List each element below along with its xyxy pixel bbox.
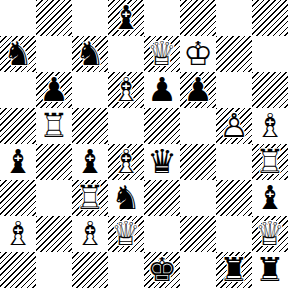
piece-glyph: ♞ <box>0 36 36 72</box>
square-g2[interactable] <box>216 216 252 252</box>
piece-glyph: ♝ <box>0 144 36 180</box>
piece-glyph: ♕ <box>252 216 288 252</box>
white-bishop-d6[interactable]: ♝♗ <box>108 72 144 108</box>
square-d1[interactable] <box>108 252 144 288</box>
square-h1[interactable]: ♜♜ <box>252 252 288 288</box>
piece-glyph: ♝ <box>252 180 288 216</box>
square-b3[interactable] <box>36 180 72 216</box>
square-b7[interactable] <box>36 36 72 72</box>
square-c6[interactable] <box>72 72 108 108</box>
square-g7[interactable] <box>216 36 252 72</box>
square-d3[interactable]: ♞♞ <box>108 180 144 216</box>
square-a8[interactable] <box>0 0 36 36</box>
white-rook-c3[interactable]: ♜♖ <box>72 180 108 216</box>
black-pawn-f6[interactable]: ♟♟ <box>180 72 216 108</box>
white-bishop-h5[interactable]: ♝♗ <box>252 108 288 144</box>
white-bishop-c2[interactable]: ♝♗ <box>72 216 108 252</box>
piece-glyph: ♔ <box>180 36 216 72</box>
piece-glyph: ♜ <box>216 252 252 288</box>
square-h4[interactable]: ♜♖ <box>252 144 288 180</box>
square-f6[interactable]: ♟♟ <box>180 72 216 108</box>
square-a1[interactable] <box>0 252 36 288</box>
square-e3[interactable] <box>144 180 180 216</box>
piece-glyph: ♟ <box>144 72 180 108</box>
square-g8[interactable] <box>216 0 252 36</box>
piece-glyph: ♟ <box>180 72 216 108</box>
square-d2[interactable]: ♛♕ <box>108 216 144 252</box>
square-d4[interactable]: ♝♗ <box>108 144 144 180</box>
square-d8[interactable]: ♝♝ <box>108 0 144 36</box>
square-f2[interactable] <box>180 216 216 252</box>
square-e8[interactable] <box>144 0 180 36</box>
black-pawn-b6[interactable]: ♟♟ <box>36 72 72 108</box>
piece-glyph: ♗ <box>108 72 144 108</box>
square-a6[interactable] <box>0 72 36 108</box>
black-knight-a7[interactable]: ♞♞ <box>0 36 36 72</box>
black-knight-d3[interactable]: ♞♞ <box>108 180 144 216</box>
piece-glyph: ♟ <box>36 72 72 108</box>
chess-board: ♝♝♞♞♞♞♛♕♚♔♟♟♝♗♟♟♟♟♜♖♟♙♝♗♝♝♝♝♝♗♛♛♜♖♜♖♞♞♝♝… <box>0 0 288 288</box>
square-c1[interactable] <box>72 252 108 288</box>
square-e7[interactable]: ♛♕ <box>144 36 180 72</box>
square-f1[interactable] <box>180 252 216 288</box>
square-h8[interactable] <box>252 0 288 36</box>
black-bishop-h3[interactable]: ♝♝ <box>252 180 288 216</box>
white-rook-h4[interactable]: ♜♖ <box>252 144 288 180</box>
square-a4[interactable]: ♝♝ <box>0 144 36 180</box>
white-queen-d2[interactable]: ♛♕ <box>108 216 144 252</box>
square-c5[interactable] <box>72 108 108 144</box>
square-d5[interactable] <box>108 108 144 144</box>
square-g4[interactable] <box>216 144 252 180</box>
square-h2[interactable]: ♛♕ <box>252 216 288 252</box>
piece-glyph: ♚ <box>144 252 180 288</box>
square-f8[interactable] <box>180 0 216 36</box>
black-knight-c7[interactable]: ♞♞ <box>72 36 108 72</box>
square-f7[interactable]: ♚♔ <box>180 36 216 72</box>
square-a2[interactable]: ♝♗ <box>0 216 36 252</box>
white-queen-h2[interactable]: ♛♕ <box>252 216 288 252</box>
square-c2[interactable]: ♝♗ <box>72 216 108 252</box>
black-bishop-c4[interactable]: ♝♝ <box>72 144 108 180</box>
square-b1[interactable] <box>36 252 72 288</box>
white-queen-e7[interactable]: ♛♕ <box>144 36 180 72</box>
piece-glyph: ♝ <box>72 144 108 180</box>
white-bishop-d4[interactable]: ♝♗ <box>108 144 144 180</box>
black-queen-e4[interactable]: ♛♛ <box>144 144 180 180</box>
white-rook-b5[interactable]: ♜♖ <box>36 108 72 144</box>
square-g6[interactable] <box>216 72 252 108</box>
square-c3[interactable]: ♜♖ <box>72 180 108 216</box>
piece-glyph: ♗ <box>0 216 36 252</box>
black-bishop-a4[interactable]: ♝♝ <box>0 144 36 180</box>
black-king-e1[interactable]: ♚♚ <box>144 252 180 288</box>
square-c8[interactable] <box>72 0 108 36</box>
piece-glyph: ♕ <box>144 36 180 72</box>
square-e1[interactable]: ♚♚ <box>144 252 180 288</box>
square-a5[interactable] <box>0 108 36 144</box>
black-rook-g1[interactable]: ♜♜ <box>216 252 252 288</box>
piece-glyph: ♗ <box>252 108 288 144</box>
square-b6[interactable]: ♟♟ <box>36 72 72 108</box>
piece-glyph: ♗ <box>72 216 108 252</box>
white-bishop-a2[interactable]: ♝♗ <box>0 216 36 252</box>
square-e2[interactable] <box>144 216 180 252</box>
square-e6[interactable]: ♟♟ <box>144 72 180 108</box>
square-g1[interactable]: ♜♜ <box>216 252 252 288</box>
square-g5[interactable]: ♟♙ <box>216 108 252 144</box>
square-c4[interactable]: ♝♝ <box>72 144 108 180</box>
piece-glyph: ♝ <box>108 0 144 36</box>
piece-glyph: ♙ <box>216 108 252 144</box>
square-e5[interactable] <box>144 108 180 144</box>
square-e4[interactable]: ♛♛ <box>144 144 180 180</box>
square-f5[interactable] <box>180 108 216 144</box>
square-f3[interactable] <box>180 180 216 216</box>
square-d7[interactable] <box>108 36 144 72</box>
square-a3[interactable] <box>0 180 36 216</box>
piece-glyph: ♗ <box>108 144 144 180</box>
square-b8[interactable] <box>36 0 72 36</box>
piece-glyph: ♞ <box>108 180 144 216</box>
square-b2[interactable] <box>36 216 72 252</box>
piece-glyph: ♛ <box>144 144 180 180</box>
piece-glyph: ♜ <box>252 252 288 288</box>
black-pawn-e6[interactable]: ♟♟ <box>144 72 180 108</box>
square-b4[interactable] <box>36 144 72 180</box>
white-king-f7[interactable]: ♚♔ <box>180 36 216 72</box>
piece-glyph: ♖ <box>252 144 288 180</box>
square-h5[interactable]: ♝♗ <box>252 108 288 144</box>
square-h6[interactable] <box>252 72 288 108</box>
square-h7[interactable] <box>252 36 288 72</box>
square-h3[interactable]: ♝♝ <box>252 180 288 216</box>
black-rook-h1[interactable]: ♜♜ <box>252 252 288 288</box>
square-a7[interactable]: ♞♞ <box>0 36 36 72</box>
piece-glyph: ♖ <box>72 180 108 216</box>
square-c7[interactable]: ♞♞ <box>72 36 108 72</box>
square-g3[interactable] <box>216 180 252 216</box>
square-d6[interactable]: ♝♗ <box>108 72 144 108</box>
black-bishop-d8[interactable]: ♝♝ <box>108 0 144 36</box>
piece-glyph: ♕ <box>108 216 144 252</box>
piece-glyph: ♞ <box>72 36 108 72</box>
piece-glyph: ♖ <box>36 108 72 144</box>
square-b5[interactable]: ♜♖ <box>36 108 72 144</box>
white-pawn-g5[interactable]: ♟♙ <box>216 108 252 144</box>
square-f4[interactable] <box>180 144 216 180</box>
